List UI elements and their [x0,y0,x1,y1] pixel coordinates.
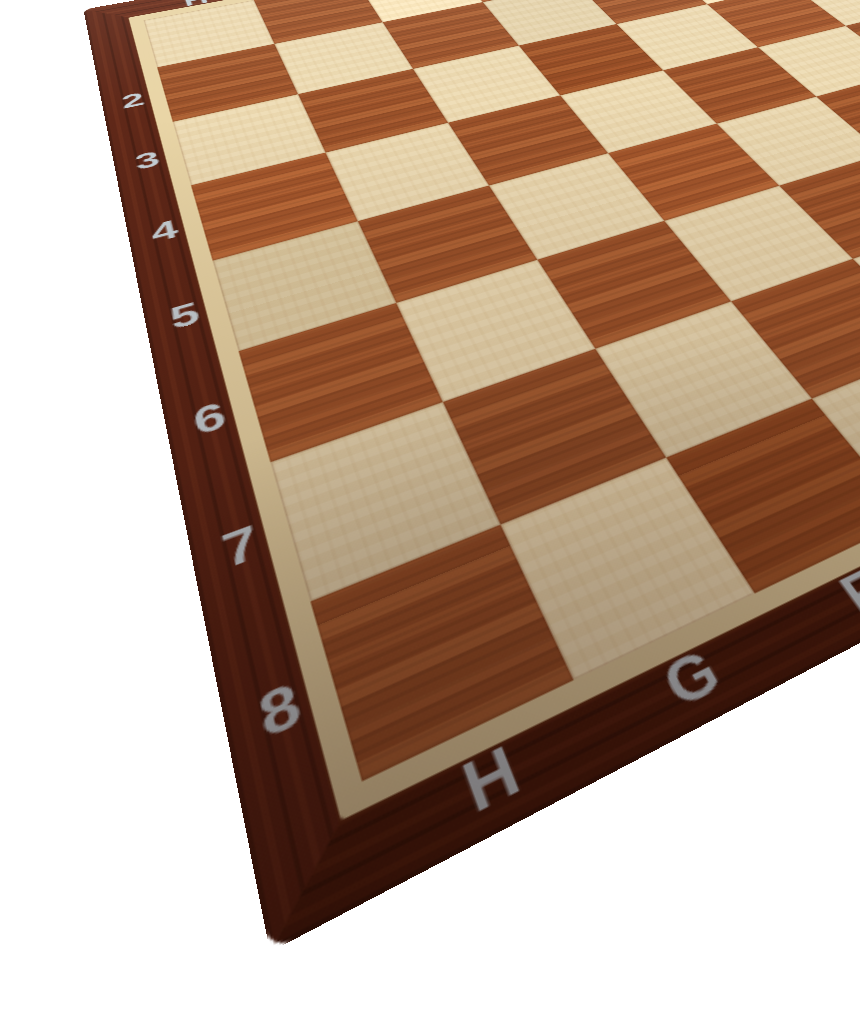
coordinate-rank-4-left: 4 [148,216,180,247]
coordinate-rank-3-left: 3 [133,148,162,174]
coordinate-rank-2-left: 2 [120,90,146,112]
chess-board: 2345678HGFH [83,0,860,952]
photo-canvas: 2345678HGFH [0,0,860,1024]
